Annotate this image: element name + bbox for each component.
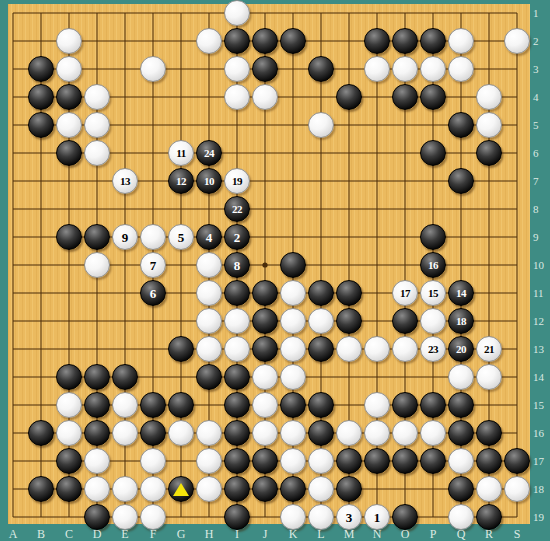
- black-stone-P9[interactable]: [420, 224, 446, 250]
- black-stone-I16[interactable]: [224, 420, 250, 446]
- row-label-15: 15: [533, 399, 549, 411]
- black-stone-K18[interactable]: [280, 476, 306, 502]
- black-stone-Q7[interactable]: [448, 168, 474, 194]
- move-number-8: 8: [234, 259, 241, 272]
- move-number-16: 16: [428, 260, 438, 271]
- move-number-17: 17: [400, 288, 410, 299]
- white-stone-S18[interactable]: [504, 476, 530, 502]
- black-stone-I15[interactable]: [224, 392, 250, 418]
- white-stone-P13[interactable]: 23: [420, 336, 446, 362]
- move-number-4: 4: [206, 231, 213, 244]
- row-label-19: 19: [533, 511, 549, 523]
- black-stone-L13[interactable]: [308, 336, 334, 362]
- white-stone-L17[interactable]: [308, 448, 334, 474]
- white-stone-P16[interactable]: [420, 420, 446, 446]
- move-number-10: 10: [204, 176, 214, 187]
- black-stone-I17[interactable]: [224, 448, 250, 474]
- black-stone-I11[interactable]: [224, 280, 250, 306]
- row-label-10: 10: [533, 259, 549, 271]
- black-stone-L16[interactable]: [308, 420, 334, 446]
- white-stone-D10[interactable]: [84, 252, 110, 278]
- move-number-9: 9: [122, 231, 129, 244]
- white-stone-H2[interactable]: [196, 28, 222, 54]
- row-label-14: 14: [533, 371, 549, 383]
- move-number-15: 15: [428, 288, 438, 299]
- black-stone-O4[interactable]: [392, 84, 418, 110]
- black-stone-J11[interactable]: [252, 280, 278, 306]
- white-stone-S2[interactable]: [504, 28, 530, 54]
- move-number-22: 22: [232, 204, 242, 215]
- column-label-L: L: [311, 527, 331, 541]
- go-board-window: 112413121019229542781661715141823202131 …: [0, 0, 550, 541]
- black-stone-E14[interactable]: [112, 364, 138, 390]
- white-stone-G16[interactable]: [168, 420, 194, 446]
- black-stone-B18[interactable]: [28, 476, 54, 502]
- white-stone-K11[interactable]: [280, 280, 306, 306]
- black-stone-R17[interactable]: [476, 448, 502, 474]
- black-stone-J12[interactable]: [252, 308, 278, 334]
- white-stone-O16[interactable]: [392, 420, 418, 446]
- white-stone-R5[interactable]: [476, 112, 502, 138]
- black-stone-Q11[interactable]: 14: [448, 280, 474, 306]
- black-stone-Q15[interactable]: [448, 392, 474, 418]
- white-stone-O11[interactable]: 17: [392, 280, 418, 306]
- row-label-1: 1: [533, 7, 549, 19]
- black-stone-R16[interactable]: [476, 420, 502, 446]
- black-stone-Q12[interactable]: 18: [448, 308, 474, 334]
- row-label-7: 7: [533, 175, 549, 187]
- move-number-5: 5: [178, 231, 185, 244]
- black-stone-P17[interactable]: [420, 448, 446, 474]
- black-stone-N17[interactable]: [364, 448, 390, 474]
- hoshi-point-J10: [262, 262, 267, 267]
- white-stone-Q14[interactable]: [448, 364, 474, 390]
- black-stone-S17[interactable]: [504, 448, 530, 474]
- row-label-6: 6: [533, 147, 549, 159]
- move-number-24: 24: [204, 148, 214, 159]
- black-stone-B4[interactable]: [28, 84, 54, 110]
- black-stone-C4[interactable]: [56, 84, 82, 110]
- black-stone-N2[interactable]: [364, 28, 390, 54]
- white-stone-M13[interactable]: [336, 336, 362, 362]
- black-stone-H14[interactable]: [196, 364, 222, 390]
- column-label-N: N: [367, 527, 387, 541]
- white-stone-H13[interactable]: [196, 336, 222, 362]
- white-stone-H12[interactable]: [196, 308, 222, 334]
- black-stone-C9[interactable]: [56, 224, 82, 250]
- black-stone-I9[interactable]: 2: [224, 224, 250, 250]
- white-stone-C5[interactable]: [56, 112, 82, 138]
- white-stone-D17[interactable]: [84, 448, 110, 474]
- black-stone-C14[interactable]: [56, 364, 82, 390]
- white-stone-O3[interactable]: [392, 56, 418, 82]
- white-stone-D4[interactable]: [84, 84, 110, 110]
- column-label-O: O: [395, 527, 415, 541]
- black-stone-J2[interactable]: [252, 28, 278, 54]
- white-stone-C2[interactable]: [56, 28, 82, 54]
- white-stone-F18[interactable]: [140, 476, 166, 502]
- black-stone-O12[interactable]: [392, 308, 418, 334]
- black-stone-F15[interactable]: [140, 392, 166, 418]
- white-stone-E9[interactable]: 9: [112, 224, 138, 250]
- white-stone-K13[interactable]: [280, 336, 306, 362]
- move-number-1: 1: [374, 511, 381, 524]
- column-label-E: E: [115, 527, 135, 541]
- black-stone-D14[interactable]: [84, 364, 110, 390]
- black-stone-G7[interactable]: 12: [168, 168, 194, 194]
- black-stone-I18[interactable]: [224, 476, 250, 502]
- white-stone-I3[interactable]: [224, 56, 250, 82]
- black-stone-Q16[interactable]: [448, 420, 474, 446]
- white-stone-H17[interactable]: [196, 448, 222, 474]
- white-stone-C16[interactable]: [56, 420, 82, 446]
- row-label-3: 3: [533, 63, 549, 75]
- row-label-12: 12: [533, 315, 549, 327]
- white-stone-G6[interactable]: 11: [168, 140, 194, 166]
- black-stone-D16[interactable]: [84, 420, 110, 446]
- white-stone-N15[interactable]: [364, 392, 390, 418]
- black-stone-C18[interactable]: [56, 476, 82, 502]
- column-label-H: H: [199, 527, 219, 541]
- row-label-18: 18: [533, 483, 549, 495]
- white-stone-H10[interactable]: [196, 252, 222, 278]
- white-stone-K16[interactable]: [280, 420, 306, 446]
- white-stone-P12[interactable]: [420, 308, 446, 334]
- black-stone-L11[interactable]: [308, 280, 334, 306]
- white-stone-G9[interactable]: 5: [168, 224, 194, 250]
- white-stone-M16[interactable]: [336, 420, 362, 446]
- black-stone-I14[interactable]: [224, 364, 250, 390]
- black-stone-F16[interactable]: [140, 420, 166, 446]
- white-stone-F3[interactable]: [140, 56, 166, 82]
- black-stone-R6[interactable]: [476, 140, 502, 166]
- white-stone-H11[interactable]: [196, 280, 222, 306]
- white-stone-I12[interactable]: [224, 308, 250, 334]
- black-stone-G18[interactable]: [168, 476, 194, 502]
- column-label-P: P: [423, 527, 443, 541]
- white-stone-P11[interactable]: 15: [420, 280, 446, 306]
- column-label-R: R: [479, 527, 499, 541]
- white-stone-E15[interactable]: [112, 392, 138, 418]
- move-number-7: 7: [150, 259, 157, 272]
- black-stone-H6[interactable]: 24: [196, 140, 222, 166]
- white-stone-L18[interactable]: [308, 476, 334, 502]
- row-label-8: 8: [533, 203, 549, 215]
- row-label-4: 4: [533, 91, 549, 103]
- white-stone-C15[interactable]: [56, 392, 82, 418]
- column-label-G: G: [171, 527, 191, 541]
- black-stone-J13[interactable]: [252, 336, 278, 362]
- white-stone-K14[interactable]: [280, 364, 306, 390]
- white-stone-E7[interactable]: 13: [112, 168, 138, 194]
- white-stone-R4[interactable]: [476, 84, 502, 110]
- row-label-5: 5: [533, 119, 549, 131]
- white-stone-Q17[interactable]: [448, 448, 474, 474]
- white-stone-R14[interactable]: [476, 364, 502, 390]
- white-stone-O13[interactable]: [392, 336, 418, 362]
- white-stone-C3[interactable]: [56, 56, 82, 82]
- white-stone-I7[interactable]: 19: [224, 168, 250, 194]
- row-label-13: 13: [533, 343, 549, 355]
- black-stone-B16[interactable]: [28, 420, 54, 446]
- black-stone-D9[interactable]: [84, 224, 110, 250]
- white-stone-L5[interactable]: [308, 112, 334, 138]
- white-stone-E16[interactable]: [112, 420, 138, 446]
- column-label-D: D: [87, 527, 107, 541]
- white-stone-J4[interactable]: [252, 84, 278, 110]
- black-stone-D15[interactable]: [84, 392, 110, 418]
- white-stone-D6[interactable]: [84, 140, 110, 166]
- black-stone-K2[interactable]: [280, 28, 306, 54]
- black-stone-M12[interactable]: [336, 308, 362, 334]
- white-stone-I1[interactable]: [224, 0, 250, 26]
- black-stone-I8[interactable]: 22: [224, 196, 250, 222]
- white-stone-N13[interactable]: [364, 336, 390, 362]
- black-stone-K10[interactable]: [280, 252, 306, 278]
- black-stone-F11[interactable]: 6: [140, 280, 166, 306]
- white-stone-F10[interactable]: 7: [140, 252, 166, 278]
- move-number-21: 21: [484, 344, 494, 355]
- white-stone-F9[interactable]: [140, 224, 166, 250]
- white-stone-R18[interactable]: [476, 476, 502, 502]
- white-stone-J16[interactable]: [252, 420, 278, 446]
- white-stone-E18[interactable]: [112, 476, 138, 502]
- black-stone-P4[interactable]: [420, 84, 446, 110]
- white-stone-K12[interactable]: [280, 308, 306, 334]
- black-stone-Q5[interactable]: [448, 112, 474, 138]
- white-stone-Q3[interactable]: [448, 56, 474, 82]
- white-stone-H16[interactable]: [196, 420, 222, 446]
- move-number-23: 23: [428, 344, 438, 355]
- move-number-2: 2: [234, 231, 241, 244]
- black-stone-P15[interactable]: [420, 392, 446, 418]
- black-stone-G15[interactable]: [168, 392, 194, 418]
- column-label-J: J: [255, 527, 275, 541]
- black-stone-H9[interactable]: 4: [196, 224, 222, 250]
- black-stone-Q18[interactable]: [448, 476, 474, 502]
- black-stone-L3[interactable]: [308, 56, 334, 82]
- move-number-20: 20: [456, 344, 466, 355]
- white-stone-J15[interactable]: [252, 392, 278, 418]
- white-stone-L12[interactable]: [308, 308, 334, 334]
- move-number-19: 19: [232, 176, 242, 187]
- row-label-2: 2: [533, 35, 549, 47]
- column-label-S: S: [507, 527, 527, 541]
- white-stone-F17[interactable]: [140, 448, 166, 474]
- black-stone-J18[interactable]: [252, 476, 278, 502]
- move-number-11: 11: [176, 148, 185, 159]
- row-label-16: 16: [533, 427, 549, 439]
- white-stone-R13[interactable]: 21: [476, 336, 502, 362]
- black-stone-I10[interactable]: 8: [224, 252, 250, 278]
- black-stone-M18[interactable]: [336, 476, 362, 502]
- black-stone-J17[interactable]: [252, 448, 278, 474]
- column-label-I: I: [227, 527, 247, 541]
- black-stone-O15[interactable]: [392, 392, 418, 418]
- white-stone-N3[interactable]: [364, 56, 390, 82]
- black-stone-B3[interactable]: [28, 56, 54, 82]
- black-stone-P6[interactable]: [420, 140, 446, 166]
- triangle-marker-icon: [173, 483, 189, 496]
- black-stone-P2[interactable]: [420, 28, 446, 54]
- row-label-9: 9: [533, 231, 549, 243]
- black-stone-B5[interactable]: [28, 112, 54, 138]
- white-stone-I13[interactable]: [224, 336, 250, 362]
- column-label-A: A: [3, 527, 23, 541]
- move-number-3: 3: [346, 511, 353, 524]
- white-stone-J14[interactable]: [252, 364, 278, 390]
- black-stone-J3[interactable]: [252, 56, 278, 82]
- black-stone-C6[interactable]: [56, 140, 82, 166]
- column-label-C: C: [59, 527, 79, 541]
- black-stone-H7[interactable]: 10: [196, 168, 222, 194]
- row-label-11: 11: [533, 287, 549, 299]
- row-label-17: 17: [533, 455, 549, 467]
- column-label-K: K: [283, 527, 303, 541]
- black-stone-Q13[interactable]: 20: [448, 336, 474, 362]
- black-stone-M17[interactable]: [336, 448, 362, 474]
- move-number-18: 18: [456, 316, 466, 327]
- column-label-B: B: [31, 527, 51, 541]
- black-stone-C17[interactable]: [56, 448, 82, 474]
- black-stone-I2[interactable]: [224, 28, 250, 54]
- move-number-6: 6: [150, 287, 157, 300]
- black-stone-K15[interactable]: [280, 392, 306, 418]
- white-stone-P3[interactable]: [420, 56, 446, 82]
- column-label-M: M: [339, 527, 359, 541]
- black-stone-O2[interactable]: [392, 28, 418, 54]
- white-stone-K17[interactable]: [280, 448, 306, 474]
- move-number-14: 14: [456, 288, 466, 299]
- move-number-13: 13: [120, 176, 130, 187]
- white-stone-I4[interactable]: [224, 84, 250, 110]
- white-stone-H18[interactable]: [196, 476, 222, 502]
- column-label-Q: Q: [451, 527, 471, 541]
- black-stone-L15[interactable]: [308, 392, 334, 418]
- black-stone-P10[interactable]: 16: [420, 252, 446, 278]
- move-number-12: 12: [176, 176, 186, 187]
- black-stone-M4[interactable]: [336, 84, 362, 110]
- black-stone-O17[interactable]: [392, 448, 418, 474]
- column-label-F: F: [143, 527, 163, 541]
- black-stone-M11[interactable]: [336, 280, 362, 306]
- black-stone-G13[interactable]: [168, 336, 194, 362]
- white-stone-N16[interactable]: [364, 420, 390, 446]
- white-stone-D5[interactable]: [84, 112, 110, 138]
- white-stone-Q2[interactable]: [448, 28, 474, 54]
- white-stone-D18[interactable]: [84, 476, 110, 502]
